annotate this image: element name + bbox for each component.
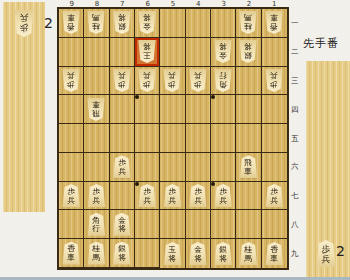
- file-label-9: 9: [67, 0, 77, 8]
- square-96[interactable]: [59, 153, 84, 182]
- square-63[interactable]: 歩兵: [135, 67, 160, 96]
- square-41[interactable]: [186, 9, 211, 38]
- square-75[interactable]: [110, 124, 135, 153]
- gote-pawn-piece[interactable]: 歩兵: [112, 69, 132, 92]
- sente-pawn-piece[interactable]: 歩兵: [61, 184, 81, 207]
- square-57[interactable]: 歩兵: [160, 182, 185, 211]
- square-95[interactable]: [59, 124, 84, 153]
- sente-gold-piece[interactable]: 金将: [188, 242, 208, 265]
- square-23[interactable]: [236, 67, 261, 96]
- square-97[interactable]: 歩兵: [59, 182, 84, 211]
- square-71[interactable]: 銀将: [110, 9, 135, 38]
- square-44[interactable]: [186, 95, 211, 124]
- file-label-2: 2: [244, 0, 254, 8]
- rank-label-7: 七: [291, 191, 299, 201]
- square-18[interactable]: [262, 210, 287, 239]
- sente-gold-piece[interactable]: 金将: [112, 213, 132, 236]
- side-to-move-label: 先手番: [303, 36, 339, 51]
- gote-gold-piece[interactable]: 金将: [213, 40, 233, 63]
- sente-pawn-piece[interactable]: 歩兵: [213, 184, 233, 207]
- square-55[interactable]: [160, 124, 185, 153]
- square-67[interactable]: 歩兵: [135, 182, 160, 211]
- square-81[interactable]: 桂馬: [84, 9, 109, 38]
- gote-rook-piece[interactable]: 飛車: [86, 98, 106, 121]
- square-12[interactable]: [262, 38, 287, 67]
- square-79[interactable]: 銀将: [110, 239, 135, 268]
- square-17[interactable]: 歩兵: [262, 182, 287, 211]
- gote-pawn-piece[interactable]: 歩兵: [162, 69, 182, 92]
- square-64[interactable]: [135, 95, 160, 124]
- square-13[interactable]: 歩兵: [262, 67, 287, 96]
- square-28[interactable]: [236, 210, 261, 239]
- gote-pawn-piece[interactable]: 歩兵: [61, 69, 81, 92]
- square-93[interactable]: 歩兵: [59, 67, 84, 96]
- square-87[interactable]: 歩兵: [84, 182, 109, 211]
- square-92[interactable]: [59, 38, 84, 67]
- sente-lance-piece[interactable]: 香車: [61, 242, 81, 265]
- square-72[interactable]: [110, 38, 135, 67]
- square-42[interactable]: [186, 38, 211, 67]
- file-label-5: 5: [168, 0, 178, 8]
- sente-rook-piece[interactable]: 飛車: [238, 155, 258, 178]
- square-21[interactable]: 桂馬: [236, 9, 261, 38]
- sente-knight-piece[interactable]: 桂馬: [86, 242, 106, 265]
- square-43[interactable]: 歩兵: [186, 67, 211, 96]
- square-86[interactable]: [84, 153, 109, 182]
- sente-lance-piece[interactable]: 香車: [264, 242, 284, 265]
- square-11[interactable]: 香車: [262, 9, 287, 38]
- gote-hand-count: 2: [44, 15, 53, 31]
- square-66[interactable]: [135, 153, 160, 182]
- gote-pawn-piece[interactable]: 歩兵: [137, 69, 157, 92]
- sente-pawn-piece[interactable]: 歩兵: [137, 184, 157, 207]
- sente-pawn-piece[interactable]: 歩兵: [112, 155, 132, 178]
- file-label-1: 1: [269, 0, 279, 8]
- square-94[interactable]: [59, 95, 84, 124]
- square-98[interactable]: [59, 210, 84, 239]
- sente-pawn-piece[interactable]: 歩兵: [162, 184, 182, 207]
- square-68[interactable]: [135, 210, 160, 239]
- square-49[interactable]: 金将: [186, 239, 211, 268]
- square-62[interactable]: 王将: [135, 38, 160, 67]
- square-91[interactable]: 香車: [59, 9, 84, 38]
- square-38[interactable]: [211, 210, 236, 239]
- square-33[interactable]: 角行: [211, 67, 236, 96]
- sente-knight-piece[interactable]: 桂馬: [238, 242, 258, 265]
- square-85[interactable]: [84, 124, 109, 153]
- square-15[interactable]: [262, 124, 287, 153]
- square-45[interactable]: [186, 124, 211, 153]
- square-58[interactable]: [160, 210, 185, 239]
- gote-bishop-piece[interactable]: 角行: [213, 69, 233, 92]
- gote-gold-piece[interactable]: 金将: [137, 11, 157, 34]
- square-48[interactable]: [186, 210, 211, 239]
- square-74[interactable]: [110, 95, 135, 124]
- square-24[interactable]: [236, 95, 261, 124]
- square-54[interactable]: [160, 95, 185, 124]
- square-32[interactable]: 金将: [211, 38, 236, 67]
- square-53[interactable]: 歩兵: [160, 67, 185, 96]
- square-14[interactable]: [262, 95, 287, 124]
- sente-king-piece[interactable]: 玉将: [162, 242, 182, 265]
- sente-silver-piece[interactable]: 銀将: [213, 242, 233, 265]
- file-label-7: 7: [117, 0, 127, 8]
- square-59[interactable]: 玉将: [160, 239, 185, 268]
- rank-label-8: 八: [291, 220, 299, 230]
- square-39[interactable]: 銀将: [211, 239, 236, 268]
- square-77[interactable]: [110, 182, 135, 211]
- square-69[interactable]: [135, 239, 160, 268]
- square-82[interactable]: [84, 38, 109, 67]
- rank-label-6: 六: [291, 162, 299, 172]
- square-83[interactable]: [84, 67, 109, 96]
- square-89[interactable]: 桂馬: [84, 239, 109, 268]
- gote-lance-piece[interactable]: 香車: [61, 11, 81, 34]
- file-label-8: 8: [92, 0, 102, 8]
- gote-pawn-piece[interactable]: 歩兵: [264, 69, 284, 92]
- sente-silver-piece[interactable]: 銀将: [112, 242, 132, 265]
- square-56[interactable]: [160, 153, 185, 182]
- square-29[interactable]: 桂馬: [236, 239, 261, 268]
- shogi-board: 香車桂馬銀将金将桂馬香車王将金将銀将歩兵歩兵歩兵歩兵歩兵角行歩兵飛車歩兵飛車歩兵…: [57, 7, 289, 270]
- rank-label-2: 二: [291, 47, 299, 57]
- square-84[interactable]: 飛車: [84, 95, 109, 124]
- rank-label-9: 九: [291, 249, 299, 259]
- sente-pawn-piece[interactable]: 歩兵: [86, 184, 106, 207]
- square-26[interactable]: 飛車: [236, 153, 261, 182]
- gote-king-piece[interactable]: 王将: [137, 40, 157, 63]
- square-25[interactable]: [236, 124, 261, 153]
- square-34[interactable]: [211, 95, 236, 124]
- gote-knight-piece[interactable]: 桂馬: [86, 11, 106, 34]
- gote-silver-piece[interactable]: 銀将: [238, 40, 258, 63]
- sente-hand-count: 2: [336, 243, 345, 259]
- square-35[interactable]: [211, 124, 236, 153]
- square-78[interactable]: 金将: [110, 210, 135, 239]
- square-99[interactable]: 香車: [59, 239, 84, 268]
- file-label-3: 3: [219, 0, 229, 8]
- square-61[interactable]: 金将: [135, 9, 160, 38]
- square-19[interactable]: 香車: [262, 239, 287, 268]
- sente-bishop-piece[interactable]: 角行: [86, 213, 106, 236]
- square-52[interactable]: [160, 38, 185, 67]
- gote-lance-piece[interactable]: 香車: [264, 11, 284, 34]
- file-label-6: 6: [143, 0, 153, 8]
- square-36[interactable]: [211, 153, 236, 182]
- sente-pawn-piece[interactable]: 歩兵: [264, 184, 284, 207]
- square-51[interactable]: [160, 9, 185, 38]
- gote-pawn-piece[interactable]: 歩兵: [188, 69, 208, 92]
- square-76[interactable]: 歩兵: [110, 153, 135, 182]
- gote-knight-piece[interactable]: 桂馬: [238, 11, 258, 34]
- square-65[interactable]: [135, 124, 160, 153]
- square-73[interactable]: 歩兵: [110, 67, 135, 96]
- square-22[interactable]: 銀将: [236, 38, 261, 67]
- rank-label-1: 一: [291, 18, 299, 28]
- square-88[interactable]: 角行: [84, 210, 109, 239]
- square-46[interactable]: [186, 153, 211, 182]
- square-27[interactable]: [236, 182, 261, 211]
- gote-silver-piece[interactable]: 銀将: [112, 11, 132, 34]
- file-label-4: 4: [193, 0, 203, 8]
- square-16[interactable]: [262, 153, 287, 182]
- shogi-game-screen: 2 香車桂馬銀将金将桂馬香車王将金将銀将歩兵歩兵歩兵歩兵歩兵角行歩兵飛車歩兵飛車…: [0, 0, 350, 280]
- rank-label-3: 三: [291, 76, 299, 86]
- square-47[interactable]: 歩兵: [186, 182, 211, 211]
- rank-label-5: 五: [291, 134, 299, 144]
- sente-pawn-piece[interactable]: 歩兵: [188, 184, 208, 207]
- rank-label-4: 四: [291, 105, 299, 115]
- square-37[interactable]: 歩兵: [211, 182, 236, 211]
- square-31[interactable]: [211, 9, 236, 38]
